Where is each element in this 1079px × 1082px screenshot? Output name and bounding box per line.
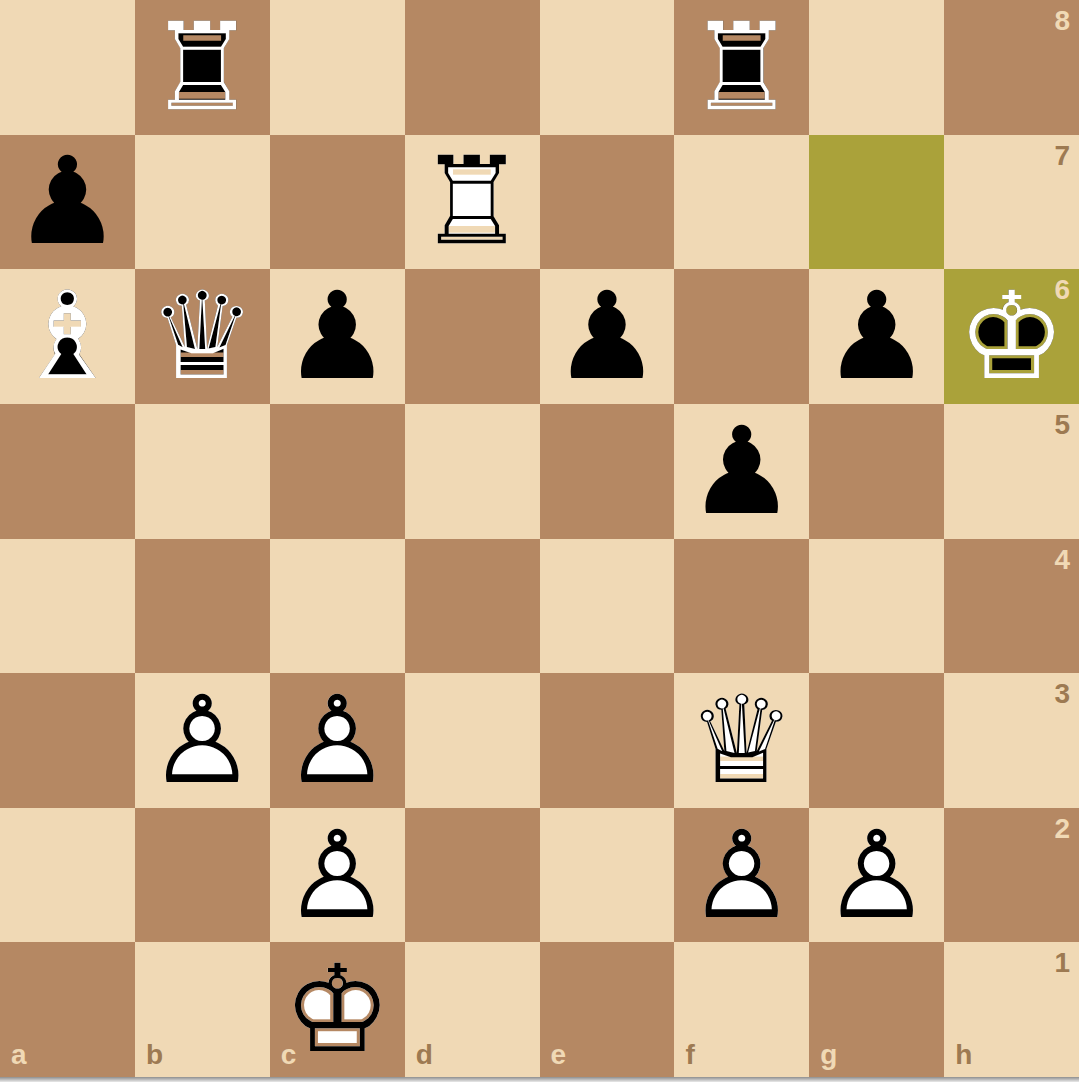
square-f5[interactable]: ♟: [674, 404, 809, 539]
square-a3[interactable]: [0, 673, 135, 808]
chess-board-wrap: ♜♖♜♖8♟♜♖7♝♗♛♕♟♟♟6♚♔♟54♟♙♟♙♛♕3♟♙♟♙♟♙2abc♚…: [0, 0, 1079, 1082]
rank-label-5: 5: [1054, 411, 1070, 439]
black-king-detail: ♔: [944, 269, 1079, 404]
square-e6[interactable]: ♟: [540, 269, 675, 404]
black-rook-detail: ♖: [674, 0, 809, 135]
square-h2[interactable]: 2: [944, 808, 1079, 943]
square-a8[interactable]: [0, 0, 135, 135]
white-pawn-detail: ♙: [270, 808, 405, 943]
square-e1[interactable]: e: [540, 942, 675, 1077]
white-pawn[interactable]: ♟♙: [809, 808, 944, 943]
black-pawn-fill: ♟: [809, 269, 944, 404]
black-bishop-detail: ♗: [0, 269, 135, 404]
white-pawn[interactable]: ♟♙: [135, 673, 270, 808]
square-f1[interactable]: f: [674, 942, 809, 1077]
square-c3[interactable]: ♟♙: [270, 673, 405, 808]
square-g8[interactable]: [809, 0, 944, 135]
white-queen[interactable]: ♛♕: [674, 673, 809, 808]
square-e2[interactable]: [540, 808, 675, 943]
square-d3[interactable]: [405, 673, 540, 808]
white-pawn-detail: ♙: [809, 808, 944, 943]
square-d8[interactable]: [405, 0, 540, 135]
square-d1[interactable]: d: [405, 942, 540, 1077]
black-pawn[interactable]: ♟: [540, 269, 675, 404]
square-c8[interactable]: [270, 0, 405, 135]
black-pawn-fill: ♟: [540, 269, 675, 404]
square-h3[interactable]: 3: [944, 673, 1079, 808]
square-h5[interactable]: 5: [944, 404, 1079, 539]
square-b4[interactable]: [135, 539, 270, 674]
white-queen-detail: ♕: [674, 673, 809, 808]
square-g5[interactable]: [809, 404, 944, 539]
chess-board: ♜♖♜♖8♟♜♖7♝♗♛♕♟♟♟6♚♔♟54♟♙♟♙♛♕3♟♙♟♙♟♙2abc♚…: [0, 0, 1079, 1077]
square-a5[interactable]: [0, 404, 135, 539]
black-rook[interactable]: ♜♖: [674, 0, 809, 135]
square-f8[interactable]: ♜♖: [674, 0, 809, 135]
square-b7[interactable]: [135, 135, 270, 270]
square-g1[interactable]: g: [809, 942, 944, 1077]
black-rook-detail: ♖: [135, 0, 270, 135]
rank-label-7: 7: [1054, 142, 1070, 170]
square-g4[interactable]: [809, 539, 944, 674]
square-e3[interactable]: [540, 673, 675, 808]
square-b2[interactable]: [135, 808, 270, 943]
rank-label-4: 4: [1054, 546, 1070, 574]
black-pawn[interactable]: ♟: [270, 269, 405, 404]
file-label-a: a: [11, 1041, 27, 1069]
black-pawn-fill: ♟: [0, 135, 135, 270]
file-label-d: d: [416, 1041, 433, 1069]
square-d7[interactable]: ♜♖: [405, 135, 540, 270]
square-g2[interactable]: ♟♙: [809, 808, 944, 943]
file-label-g: g: [820, 1041, 837, 1069]
square-f7[interactable]: [674, 135, 809, 270]
file-label-h: h: [955, 1041, 972, 1069]
square-h6[interactable]: 6♚♔: [944, 269, 1079, 404]
square-c4[interactable]: [270, 539, 405, 674]
square-b6[interactable]: ♛♕: [135, 269, 270, 404]
square-a1[interactable]: a: [0, 942, 135, 1077]
square-e8[interactable]: [540, 0, 675, 135]
white-pawn[interactable]: ♟♙: [674, 808, 809, 943]
square-d6[interactable]: [405, 269, 540, 404]
black-pawn[interactable]: ♟: [809, 269, 944, 404]
rank-label-1: 1: [1054, 949, 1070, 977]
black-queen[interactable]: ♛♕: [135, 269, 270, 404]
square-c5[interactable]: [270, 404, 405, 539]
square-h8[interactable]: 8: [944, 0, 1079, 135]
square-a4[interactable]: [0, 539, 135, 674]
square-h4[interactable]: 4: [944, 539, 1079, 674]
square-e4[interactable]: [540, 539, 675, 674]
black-pawn-fill: ♟: [674, 404, 809, 539]
file-label-b: b: [146, 1041, 163, 1069]
white-pawn[interactable]: ♟♙: [270, 673, 405, 808]
square-a7[interactable]: ♟: [0, 135, 135, 270]
black-pawn-fill: ♟: [270, 269, 405, 404]
square-g3[interactable]: [809, 673, 944, 808]
black-pawn[interactable]: ♟: [0, 135, 135, 270]
white-rook[interactable]: ♜♖: [405, 135, 540, 270]
square-b5[interactable]: [135, 404, 270, 539]
board-bottom-shadow: [0, 1077, 1079, 1082]
rank-label-3: 3: [1054, 680, 1070, 708]
square-d5[interactable]: [405, 404, 540, 539]
square-g7[interactable]: [809, 135, 944, 270]
square-c6[interactable]: ♟: [270, 269, 405, 404]
white-pawn-detail: ♙: [135, 673, 270, 808]
white-king-detail: ♔: [270, 942, 405, 1077]
black-pawn[interactable]: ♟: [674, 404, 809, 539]
square-e5[interactable]: [540, 404, 675, 539]
square-b8[interactable]: ♜♖: [135, 0, 270, 135]
white-pawn-detail: ♙: [270, 673, 405, 808]
rank-label-8: 8: [1054, 7, 1070, 35]
square-f6[interactable]: [674, 269, 809, 404]
square-h1[interactable]: 1h: [944, 942, 1079, 1077]
square-e7[interactable]: [540, 135, 675, 270]
square-h7[interactable]: 7: [944, 135, 1079, 270]
black-rook[interactable]: ♜♖: [135, 0, 270, 135]
white-rook-detail: ♖: [405, 135, 540, 270]
file-label-f: f: [685, 1041, 694, 1069]
square-b1[interactable]: b: [135, 942, 270, 1077]
rank-label-2: 2: [1054, 815, 1070, 843]
square-b3[interactable]: ♟♙: [135, 673, 270, 808]
square-c1[interactable]: c♚♔: [270, 942, 405, 1077]
square-f2[interactable]: ♟♙: [674, 808, 809, 943]
square-f4[interactable]: [674, 539, 809, 674]
square-d4[interactable]: [405, 539, 540, 674]
black-king[interactable]: ♚♔: [944, 269, 1079, 404]
file-label-e: e: [551, 1041, 567, 1069]
square-d2[interactable]: [405, 808, 540, 943]
black-bishop[interactable]: ♝♗: [0, 269, 135, 404]
square-a2[interactable]: [0, 808, 135, 943]
white-king[interactable]: ♚♔: [270, 942, 405, 1077]
square-g6[interactable]: ♟: [809, 269, 944, 404]
white-pawn-detail: ♙: [674, 808, 809, 943]
white-pawn[interactable]: ♟♙: [270, 808, 405, 943]
square-f3[interactable]: ♛♕: [674, 673, 809, 808]
black-queen-detail: ♕: [135, 269, 270, 404]
square-c7[interactable]: [270, 135, 405, 270]
square-a6[interactable]: ♝♗: [0, 269, 135, 404]
square-c2[interactable]: ♟♙: [270, 808, 405, 943]
